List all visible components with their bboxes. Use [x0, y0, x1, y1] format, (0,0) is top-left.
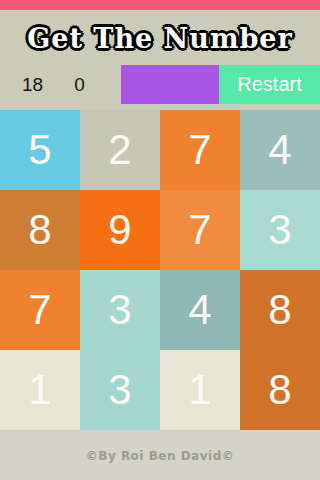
grid-tile[interactable]: 8	[240, 350, 320, 430]
grid-tile[interactable]: 9	[80, 190, 160, 270]
grid-tile[interactable]: 7	[0, 270, 80, 350]
grid-tile[interactable]: 3	[80, 350, 160, 430]
progress-panel[interactable]	[121, 65, 219, 104]
game-grid: 5274897373481318	[0, 110, 320, 430]
grid-tile[interactable]: 5	[0, 110, 80, 190]
spacer	[85, 65, 121, 104]
grid-tile[interactable]: 4	[160, 270, 240, 350]
grid-tile[interactable]: 2	[80, 110, 160, 190]
grid-tile[interactable]: 8	[240, 270, 320, 350]
current-score: 0	[74, 65, 85, 104]
header: Get The Number 18 0 Restart	[0, 10, 320, 110]
grid-tile[interactable]: 3	[80, 270, 160, 350]
credit-text: ©By Roi Ben David©	[86, 430, 235, 463]
grid-tile[interactable]: 3	[240, 190, 320, 270]
grid-tile[interactable]: 8	[0, 190, 80, 270]
score-row: 18 0 Restart	[0, 65, 320, 104]
grid-tile[interactable]: 4	[240, 110, 320, 190]
top-bar	[0, 0, 320, 10]
grid-tile[interactable]: 7	[160, 190, 240, 270]
target-number: 18	[22, 65, 43, 104]
page-title: Get The Number	[0, 10, 320, 65]
grid-tile[interactable]: 1	[0, 350, 80, 430]
grid-tile[interactable]: 7	[160, 110, 240, 190]
restart-button[interactable]: Restart	[219, 65, 320, 104]
grid-tile[interactable]: 1	[160, 350, 240, 430]
footer: ©By Roi Ben David©	[0, 430, 320, 480]
